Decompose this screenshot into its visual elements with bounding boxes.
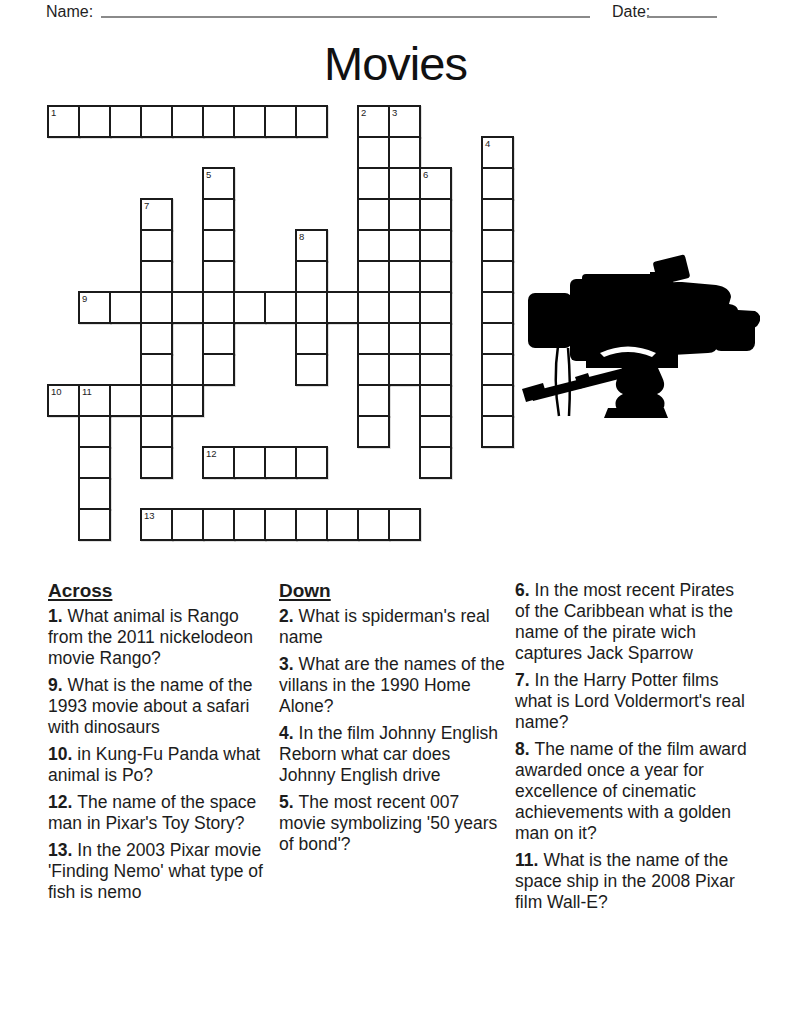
- clue-number-8: 8: [299, 231, 304, 242]
- grid-cell-r4c8[interactable]: 8: [295, 229, 328, 262]
- grid-cell-r10c12[interactable]: [419, 415, 452, 448]
- grid-cell-r6c11[interactable]: [388, 291, 421, 324]
- grid-cell-r13c8[interactable]: [295, 508, 328, 541]
- clue-down-7: 7.In the Harry Potter films what is Lord…: [515, 670, 753, 733]
- grid-cell-r7c11[interactable]: [388, 322, 421, 355]
- grid-cell-r0c3[interactable]: [140, 105, 173, 138]
- clue-number-2: 2: [361, 107, 366, 118]
- clue-number-1: 1: [51, 107, 56, 118]
- grid-cell-r1c10[interactable]: [357, 136, 390, 169]
- grid-cell-r7c12[interactable]: [419, 322, 452, 355]
- grid-cell-r5c8[interactable]: [295, 260, 328, 293]
- grid-cell-r10c10[interactable]: [357, 415, 390, 448]
- grid-cell-r5c10[interactable]: [357, 260, 390, 293]
- date-label: Date:: [612, 3, 650, 21]
- clue-number-9: 9: [82, 293, 87, 304]
- grid-cell-r4c14[interactable]: [481, 229, 514, 262]
- grid-cell-r13c1[interactable]: [78, 508, 111, 541]
- grid-cell-r8c8[interactable]: [295, 353, 328, 386]
- grid-cell-r9c14[interactable]: [481, 384, 514, 417]
- grid-cell-r2c5[interactable]: 5: [202, 167, 235, 200]
- grid-cell-r8c5[interactable]: [202, 353, 235, 386]
- grid-cell-r12c1[interactable]: [78, 477, 111, 510]
- grid-cell-r6c10[interactable]: [357, 291, 390, 324]
- grid-cell-r3c12[interactable]: [419, 198, 452, 231]
- grid-cell-r11c12[interactable]: [419, 446, 452, 479]
- clue-down-2: 2.What is spiderman's real name: [279, 606, 509, 648]
- camera-battery: [528, 293, 572, 348]
- clue-down-3: 3.What are the names of the villans in t…: [279, 654, 509, 717]
- grid-cell-r6c14[interactable]: [481, 291, 514, 324]
- grid-cell-r0c1[interactable]: [78, 105, 111, 138]
- grid-cell-r0c5[interactable]: [202, 105, 235, 138]
- down-clues-column-1: Down 2.What is spiderman's real name 3.W…: [279, 580, 509, 861]
- grid-cell-r6c6[interactable]: [233, 291, 266, 324]
- clue-number-10: 10: [51, 386, 62, 397]
- across-header: Across: [48, 580, 276, 601]
- grid-cell-r9c4[interactable]: [171, 384, 204, 417]
- grid-cell-r0c11[interactable]: 3: [388, 105, 421, 138]
- grid-cell-r6c2[interactable]: [109, 291, 142, 324]
- grid-cell-r6c8[interactable]: [295, 291, 328, 324]
- grid-cell-r0c8[interactable]: [295, 105, 328, 138]
- grid-cell-r13c9[interactable]: [326, 508, 359, 541]
- grid-cell-r4c3[interactable]: [140, 229, 173, 262]
- grid-cell-r9c0[interactable]: 10: [47, 384, 80, 417]
- clue-number-12: 12: [206, 448, 217, 459]
- clue-down-5: 5.The most recent 007 movie symbolizing …: [279, 792, 509, 855]
- grid-cell-r6c12[interactable]: [419, 291, 452, 324]
- grid-cell-r5c3[interactable]: [140, 260, 173, 293]
- grid-cell-r8c12[interactable]: [419, 353, 452, 386]
- camera-base: [604, 408, 668, 418]
- clue-number-5: 5: [206, 169, 211, 180]
- grid-cell-r9c1[interactable]: 11: [78, 384, 111, 417]
- grid-cell-r11c5[interactable]: 12: [202, 446, 235, 479]
- clue-down-8: 8.The name of the film award awarded onc…: [515, 739, 753, 844]
- grid-cell-r2c12[interactable]: 6: [419, 167, 452, 200]
- worksheet-page: Name: Date: Movies 12345678910111213: [0, 0, 791, 1024]
- down-header: Down: [279, 580, 509, 601]
- clue-number-11: 11: [82, 386, 92, 397]
- grid-cell-r8c3[interactable]: [140, 353, 173, 386]
- crossword-grid: 12345678910111213: [47, 105, 514, 541]
- grid-cell-r5c11[interactable]: [388, 260, 421, 293]
- down-clues-column-2: 6.In the most recent Pirates of the Cari…: [515, 580, 753, 919]
- grid-cell-r13c7[interactable]: [264, 508, 297, 541]
- grid-cell-r4c5[interactable]: [202, 229, 235, 262]
- grid-cell-r4c11[interactable]: [388, 229, 421, 262]
- grid-cell-r6c4[interactable]: [171, 291, 204, 324]
- grid-cell-r6c7[interactable]: [264, 291, 297, 324]
- grid-cell-r7c3[interactable]: [140, 322, 173, 355]
- page-title: Movies: [0, 36, 791, 91]
- grid-cell-r6c5[interactable]: [202, 291, 235, 324]
- grid-cell-r7c14[interactable]: [481, 322, 514, 355]
- name-label: Name:: [46, 3, 93, 21]
- grid-cell-r2c10[interactable]: [357, 167, 390, 200]
- grid-cell-r6c3[interactable]: [140, 291, 173, 324]
- grid-cell-r7c10[interactable]: [357, 322, 390, 355]
- grid-cell-r0c4[interactable]: [171, 105, 204, 138]
- grid-cell-r5c12[interactable]: [419, 260, 452, 293]
- grid-cell-r1c14[interactable]: 4: [481, 136, 514, 169]
- grid-cell-r8c14[interactable]: [481, 353, 514, 386]
- clue-across-12: 12.The name of the space man in Pixar's …: [48, 792, 276, 834]
- camera-eyepiece: [713, 318, 755, 351]
- grid-cell-r13c11[interactable]: [388, 508, 421, 541]
- grid-cell-r2c14[interactable]: [481, 167, 514, 200]
- grid-cell-r3c10[interactable]: [357, 198, 390, 231]
- clue-down-6: 6.In the most recent Pirates of the Cari…: [515, 580, 753, 664]
- name-fill-line[interactable]: [101, 1, 590, 18]
- grid-cell-r8c10[interactable]: [357, 353, 390, 386]
- video-camera-image: [520, 250, 760, 422]
- clue-number-13: 13: [144, 510, 155, 521]
- grid-cell-r9c2[interactable]: [109, 384, 142, 417]
- grid-cell-r11c3[interactable]: [140, 446, 173, 479]
- clue-number-3: 3: [392, 107, 397, 118]
- grid-cell-r3c5[interactable]: [202, 198, 235, 231]
- grid-cell-r4c10[interactable]: [357, 229, 390, 262]
- grid-cell-r8c11[interactable]: [388, 353, 421, 386]
- grid-cell-r7c5[interactable]: [202, 322, 235, 355]
- clue-number-7: 7: [144, 200, 149, 211]
- clue-down-11: 11.What is the name of the space ship in…: [515, 850, 753, 913]
- date-fill-line[interactable]: [647, 1, 717, 18]
- clue-number-6: 6: [423, 169, 428, 180]
- grid-cell-r0c2[interactable]: [109, 105, 142, 138]
- grid-cell-r3c3[interactable]: 7: [140, 198, 173, 231]
- grid-cell-r6c9[interactable]: [326, 291, 359, 324]
- grid-cell-r10c1[interactable]: [78, 415, 111, 448]
- clue-down-4: 4.In the film Johnny English Reborn what…: [279, 723, 509, 786]
- grid-cell-r6c1[interactable]: 9: [78, 291, 111, 324]
- grid-cell-r4c12[interactable]: [419, 229, 452, 262]
- clue-across-10: 10.in Kung-Fu Panda what animal is Po?: [48, 744, 276, 786]
- grid-cell-r0c6[interactable]: [233, 105, 266, 138]
- grid-cell-r13c3[interactable]: 13: [140, 508, 173, 541]
- grid-cell-r0c10[interactable]: 2: [357, 105, 390, 138]
- grid-cell-r13c10[interactable]: [357, 508, 390, 541]
- clue-across-9: 9.What is the name of the 1993 movie abo…: [48, 675, 276, 738]
- grid-cell-r9c12[interactable]: [419, 384, 452, 417]
- clue-across-1: 1.What animal is Rango from the 2011 nic…: [48, 606, 276, 669]
- grid-cell-r11c7[interactable]: [264, 446, 297, 479]
- grid-cell-r2c11[interactable]: [388, 167, 421, 200]
- grid-cell-r11c8[interactable]: [295, 446, 328, 479]
- grid-cell-r3c14[interactable]: [481, 198, 514, 231]
- grid-cell-r7c8[interactable]: [295, 322, 328, 355]
- clue-across-13: 13.In the 2003 Pixar movie 'Finding Nemo…: [48, 840, 276, 903]
- grid-cell-r11c1[interactable]: [78, 446, 111, 479]
- grid-cell-r13c5[interactable]: [202, 508, 235, 541]
- grid-cell-r11c6[interactable]: [233, 446, 266, 479]
- grid-cell-r13c6[interactable]: [233, 508, 266, 541]
- grid-cell-r0c7[interactable]: [264, 105, 297, 138]
- camera-mount-plate: [586, 353, 678, 368]
- across-clues-column: Across 1.What animal is Rango from the 2…: [48, 580, 276, 909]
- grid-cell-r5c14[interactable]: [481, 260, 514, 293]
- grid-cell-r13c4[interactable]: [171, 508, 204, 541]
- grid-cell-r10c14[interactable]: [481, 415, 514, 448]
- camera-body-top: [582, 274, 662, 286]
- grid-cell-r0c0[interactable]: 1: [47, 105, 80, 138]
- grid-cell-r10c3[interactable]: [140, 415, 173, 448]
- camera-lens-block: [672, 307, 717, 355]
- grid-cell-r3c11[interactable]: [388, 198, 421, 231]
- grid-cell-r5c5[interactable]: [202, 260, 235, 293]
- grid-cell-r9c3[interactable]: [140, 384, 173, 417]
- clue-number-4: 4: [485, 138, 490, 149]
- grid-cell-r9c10[interactable]: [357, 384, 390, 417]
- grid-cell-r1c11[interactable]: [388, 136, 421, 169]
